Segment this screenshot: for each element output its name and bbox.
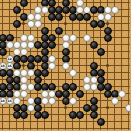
intersection-d11[interactable] xyxy=(20,55,27,62)
intersection-b9[interactable] xyxy=(6,69,13,76)
intersection-i4[interactable] xyxy=(55,104,62,111)
intersection-b18[interactable] xyxy=(6,6,13,13)
intersection-n5[interactable] xyxy=(90,97,97,104)
intersection-l18[interactable] xyxy=(76,6,83,13)
intersection-r10[interactable] xyxy=(118,62,125,69)
intersection-p3[interactable] xyxy=(104,111,111,118)
intersection-n18[interactable] xyxy=(90,6,97,13)
intersection-r7[interactable] xyxy=(118,83,125,90)
intersection-c7[interactable] xyxy=(13,83,20,90)
intersection-r12[interactable] xyxy=(118,48,125,55)
intersection-n9[interactable] xyxy=(90,69,97,76)
intersection-j19[interactable] xyxy=(62,0,69,6)
intersection-c6[interactable] xyxy=(13,90,20,97)
intersection-b13[interactable] xyxy=(6,41,13,48)
intersection-q9[interactable] xyxy=(111,69,118,76)
intersection-q5[interactable] xyxy=(111,97,118,104)
intersection-m11[interactable] xyxy=(83,55,90,62)
white-stone xyxy=(48,62,56,70)
intersection-n11[interactable] xyxy=(90,55,97,62)
black-stone xyxy=(83,13,91,21)
intersection-h6[interactable] xyxy=(48,90,55,97)
intersection-d1[interactable] xyxy=(20,125,27,131)
intersection-r1[interactable] xyxy=(118,125,125,131)
intersection-h2[interactable] xyxy=(48,118,55,125)
white-stone xyxy=(69,34,77,42)
intersection-e17[interactable] xyxy=(27,13,34,20)
white-stone xyxy=(20,90,28,98)
black-stone xyxy=(69,83,77,91)
intersection-q10[interactable] xyxy=(111,62,118,69)
intersection-g13[interactable] xyxy=(41,41,48,48)
intersection-o12[interactable] xyxy=(97,48,104,55)
intersection-e14[interactable] xyxy=(27,34,34,41)
intersection-k3[interactable] xyxy=(69,111,76,118)
intersection-b3[interactable] xyxy=(6,111,13,118)
white-stone xyxy=(48,97,56,105)
intersection-k14[interactable] xyxy=(69,34,76,41)
intersection-e9[interactable] xyxy=(27,69,34,76)
intersection-g14[interactable] xyxy=(41,34,48,41)
intersection-s10[interactable] xyxy=(125,62,131,69)
intersection-l11[interactable] xyxy=(76,55,83,62)
move-number-label: 12 xyxy=(8,57,12,60)
intersection-l6[interactable] xyxy=(76,90,83,97)
intersection-r14[interactable] xyxy=(118,34,125,41)
intersection-g15[interactable] xyxy=(41,27,48,34)
intersection-r2[interactable] xyxy=(118,118,125,125)
intersection-n3[interactable] xyxy=(90,111,97,118)
intersection-g5[interactable] xyxy=(41,97,48,104)
intersection-s16[interactable] xyxy=(125,20,131,27)
intersection-d15[interactable] xyxy=(20,27,27,34)
intersection-g12[interactable] xyxy=(41,48,48,55)
intersection-l19[interactable] xyxy=(76,0,83,6)
intersection-r3[interactable] xyxy=(118,111,125,118)
intersection-h13[interactable] xyxy=(48,41,55,48)
intersection-g19[interactable] xyxy=(41,0,48,6)
intersection-q3[interactable] xyxy=(111,111,118,118)
intersection-d19[interactable] xyxy=(20,0,27,6)
intersection-h14[interactable] xyxy=(48,34,55,41)
intersection-j18[interactable] xyxy=(62,6,69,13)
intersection-d17[interactable] xyxy=(20,13,27,20)
black-stone xyxy=(97,118,105,126)
intersection-g3[interactable] xyxy=(41,111,48,118)
intersection-e11[interactable] xyxy=(27,55,34,62)
intersection-j11[interactable] xyxy=(62,55,69,62)
intersection-j6[interactable] xyxy=(62,90,69,97)
intersection-a14[interactable] xyxy=(0,34,6,41)
intersection-n16[interactable] xyxy=(90,20,97,27)
intersection-i8[interactable] xyxy=(55,76,62,83)
intersection-o17[interactable] xyxy=(97,13,104,20)
intersection-b17[interactable] xyxy=(6,13,13,20)
intersection-q13[interactable] xyxy=(111,41,118,48)
intersection-h18[interactable] xyxy=(48,6,55,13)
intersection-g9[interactable] xyxy=(41,69,48,76)
intersection-g11[interactable] xyxy=(41,55,48,62)
intersection-c3[interactable] xyxy=(13,111,20,118)
intersection-j13[interactable] xyxy=(62,41,69,48)
intersection-f13[interactable] xyxy=(34,41,41,48)
intersection-i9[interactable] xyxy=(55,69,62,76)
intersection-h11[interactable] xyxy=(48,55,55,62)
intersection-r6[interactable] xyxy=(118,90,125,97)
black-stone xyxy=(97,20,105,28)
intersection-r9[interactable] xyxy=(118,69,125,76)
intersection-h19[interactable] xyxy=(48,0,55,6)
intersection-a5[interactable]: 10 xyxy=(0,97,6,104)
go-board-screenshot: 121816△1014 xyxy=(0,0,130,130)
intersection-r17[interactable] xyxy=(118,13,125,20)
intersection-i3[interactable] xyxy=(55,111,62,118)
intersection-e10[interactable] xyxy=(27,62,34,69)
black-stone xyxy=(48,41,56,49)
white-stone xyxy=(69,97,77,105)
intersection-c12[interactable] xyxy=(13,48,20,55)
intersection-j16[interactable] xyxy=(62,20,69,27)
intersection-n7[interactable] xyxy=(90,83,97,90)
intersection-s18[interactable] xyxy=(125,6,131,13)
intersection-r16[interactable] xyxy=(118,20,125,27)
intersection-p1[interactable] xyxy=(104,125,111,131)
black-stone xyxy=(97,48,105,56)
intersection-b14[interactable] xyxy=(6,34,13,41)
intersection-j7[interactable] xyxy=(62,83,69,90)
intersection-h17[interactable] xyxy=(48,13,55,20)
intersection-l10[interactable] xyxy=(76,62,83,69)
intersection-s11[interactable] xyxy=(125,55,131,62)
intersection-f11[interactable] xyxy=(34,55,41,62)
intersection-m5[interactable] xyxy=(83,97,90,104)
black-stone xyxy=(20,111,28,119)
intersection-e1[interactable] xyxy=(27,125,34,131)
black-stone xyxy=(13,6,21,14)
intersection-o16[interactable] xyxy=(97,20,104,27)
intersection-b10[interactable]: 16 xyxy=(6,62,13,69)
intersection-d12[interactable] xyxy=(20,48,27,55)
intersection-r13[interactable] xyxy=(118,41,125,48)
black-stone xyxy=(90,41,98,49)
intersection-m9[interactable] xyxy=(83,69,90,76)
intersection-n8[interactable] xyxy=(90,76,97,83)
intersection-b6[interactable] xyxy=(6,90,13,97)
intersection-d9[interactable] xyxy=(20,69,27,76)
intersection-i12[interactable] xyxy=(55,48,62,55)
intersection-b15[interactable] xyxy=(6,27,13,34)
intersection-m18[interactable] xyxy=(83,6,90,13)
move-number-label: 14 xyxy=(8,99,12,102)
intersection-i18[interactable] xyxy=(55,6,62,13)
black-stone xyxy=(13,20,21,28)
black-stone xyxy=(41,111,49,119)
intersection-m7[interactable] xyxy=(83,83,90,90)
intersection-o18[interactable] xyxy=(97,6,104,13)
intersection-r4[interactable] xyxy=(118,104,125,111)
intersection-j3[interactable] xyxy=(62,111,69,118)
intersection-d13[interactable] xyxy=(20,41,27,48)
intersection-a7[interactable] xyxy=(0,83,6,90)
intersection-c18[interactable] xyxy=(13,6,20,13)
intersection-e5[interactable] xyxy=(27,97,34,104)
intersection-g6[interactable] xyxy=(41,90,48,97)
intersection-l3[interactable] xyxy=(76,111,83,118)
intersection-j10[interactable] xyxy=(62,62,69,69)
intersection-m1[interactable] xyxy=(83,125,90,131)
intersection-s1[interactable] xyxy=(125,125,131,131)
intersection-c9[interactable] xyxy=(13,69,20,76)
intersection-i2[interactable] xyxy=(55,118,62,125)
black-stone xyxy=(55,27,63,35)
intersection-p7[interactable] xyxy=(104,83,111,90)
intersection-f8[interactable] xyxy=(34,76,41,83)
intersection-j14[interactable] xyxy=(62,34,69,41)
black-stone xyxy=(76,90,84,98)
intersection-h10[interactable] xyxy=(48,62,55,69)
intersection-g7[interactable] xyxy=(41,83,48,90)
intersection-b1[interactable] xyxy=(6,125,13,131)
intersection-s14[interactable] xyxy=(125,34,131,41)
intersection-r15[interactable] xyxy=(118,27,125,34)
intersection-c13[interactable] xyxy=(13,41,20,48)
intersection-k15[interactable] xyxy=(69,27,76,34)
white-stone xyxy=(83,34,91,42)
white-stone xyxy=(118,90,126,98)
intersection-c8[interactable] xyxy=(13,76,20,83)
intersection-o14[interactable] xyxy=(97,34,104,41)
intersection-s2[interactable] xyxy=(125,118,131,125)
intersection-k18[interactable] xyxy=(69,6,76,13)
intersection-d3[interactable] xyxy=(20,111,27,118)
intersection-a10[interactable]: 18 xyxy=(0,62,6,69)
black-stone xyxy=(41,69,49,77)
intersection-p15[interactable] xyxy=(104,27,111,34)
intersection-h1[interactable] xyxy=(48,125,55,131)
intersection-s5[interactable] xyxy=(125,97,131,104)
intersection-b7[interactable]: △ xyxy=(6,83,13,90)
intersection-d14[interactable] xyxy=(20,34,27,41)
intersection-p4[interactable] xyxy=(104,104,111,111)
intersection-p17[interactable] xyxy=(104,13,111,20)
intersection-g10[interactable] xyxy=(41,62,48,69)
intersection-l8[interactable] xyxy=(76,76,83,83)
intersection-l15[interactable] xyxy=(76,27,83,34)
intersection-f7[interactable] xyxy=(34,83,41,90)
intersection-s9[interactable] xyxy=(125,69,131,76)
move-number-label: 16 xyxy=(8,64,12,67)
intersection-c4[interactable] xyxy=(13,104,20,111)
black-stone xyxy=(104,34,112,42)
intersection-m15[interactable] xyxy=(83,27,90,34)
intersection-j12[interactable] xyxy=(62,48,69,55)
intersection-f3[interactable] xyxy=(34,111,41,118)
white-stone xyxy=(62,62,70,70)
intersection-f9[interactable] xyxy=(34,69,41,76)
intersection-o2[interactable] xyxy=(97,118,104,125)
intersection-m8[interactable] xyxy=(83,76,90,83)
black-stone xyxy=(55,13,63,21)
intersection-k5[interactable] xyxy=(69,97,76,104)
intersection-r8[interactable] xyxy=(118,76,125,83)
go-board[interactable]: 121816△1014 xyxy=(0,0,130,130)
intersection-f18[interactable] xyxy=(34,6,41,13)
intersection-c5[interactable] xyxy=(13,97,20,104)
black-stone xyxy=(76,111,84,119)
intersection-e13[interactable] xyxy=(27,41,34,48)
intersection-q1[interactable] xyxy=(111,125,118,131)
intersection-o8[interactable] xyxy=(97,76,104,83)
intersection-e18[interactable] xyxy=(27,6,34,13)
intersection-g18[interactable] xyxy=(41,6,48,13)
intersection-r11[interactable] xyxy=(118,55,125,62)
intersection-e16[interactable] xyxy=(27,20,34,27)
intersection-i6[interactable] xyxy=(55,90,62,97)
intersection-s7[interactable] xyxy=(125,83,131,90)
white-stone xyxy=(111,6,119,14)
intersection-p18[interactable] xyxy=(104,6,111,13)
intersection-f1[interactable] xyxy=(34,125,41,131)
intersection-l17[interactable] xyxy=(76,13,83,20)
intersection-d7[interactable] xyxy=(20,83,27,90)
intersection-p11[interactable] xyxy=(104,55,111,62)
black-stone xyxy=(90,111,98,119)
intersection-c10[interactable] xyxy=(13,62,20,69)
intersection-a9[interactable] xyxy=(0,69,6,76)
white-stone xyxy=(125,104,130,112)
intersection-q6[interactable] xyxy=(111,90,118,97)
intersection-b2[interactable] xyxy=(6,118,13,125)
intersection-i17[interactable] xyxy=(55,13,62,20)
white-stone xyxy=(34,20,42,28)
intersection-l4[interactable] xyxy=(76,104,83,111)
intersection-s8[interactable] xyxy=(125,76,131,83)
intersection-a6[interactable] xyxy=(0,90,6,97)
intersection-c1[interactable] xyxy=(13,125,20,131)
intersection-s13[interactable] xyxy=(125,41,131,48)
intersection-b5[interactable]: 14 xyxy=(6,97,13,104)
intersection-h5[interactable] xyxy=(48,97,55,104)
intersection-q18[interactable] xyxy=(111,6,118,13)
intersection-m10[interactable] xyxy=(83,62,90,69)
intersection-i1[interactable] xyxy=(55,125,62,131)
intersection-d6[interactable] xyxy=(20,90,27,97)
white-stone xyxy=(104,13,112,21)
intersection-s4[interactable] xyxy=(125,104,131,111)
intersection-f16[interactable] xyxy=(34,20,41,27)
intersection-m17[interactable] xyxy=(83,13,90,20)
intersection-b8[interactable] xyxy=(6,76,13,83)
intersection-m14[interactable] xyxy=(83,34,90,41)
intersection-o7[interactable] xyxy=(97,83,104,90)
intersection-a13[interactable] xyxy=(0,41,6,48)
intersection-l1[interactable] xyxy=(76,125,83,131)
intersection-e7[interactable] xyxy=(27,83,34,90)
intersection-n1[interactable] xyxy=(90,125,97,131)
white-stone xyxy=(69,69,77,77)
intersection-n10[interactable] xyxy=(90,62,97,69)
intersection-n4[interactable] xyxy=(90,104,97,111)
intersection-c16[interactable] xyxy=(13,20,20,27)
intersection-e4[interactable] xyxy=(27,104,34,111)
intersection-b16[interactable] xyxy=(6,20,13,27)
intersection-m12[interactable] xyxy=(83,48,90,55)
intersection-p6[interactable] xyxy=(104,90,111,97)
intersection-e2[interactable] xyxy=(27,118,34,125)
intersection-k1[interactable] xyxy=(69,125,76,131)
intersection-d4[interactable] xyxy=(20,104,27,111)
intersection-n13[interactable] xyxy=(90,41,97,48)
intersection-l12[interactable] xyxy=(76,48,83,55)
intersection-i15[interactable] xyxy=(55,27,62,34)
intersection-f4[interactable] xyxy=(34,104,41,111)
intersection-s12[interactable] xyxy=(125,48,131,55)
move-number-label: 10 xyxy=(1,99,5,102)
intersection-f5[interactable] xyxy=(34,97,41,104)
white-stone xyxy=(111,97,119,105)
intersection-b11[interactable]: 12 xyxy=(6,55,13,62)
intersection-k17[interactable] xyxy=(69,13,76,20)
intersection-h8[interactable] xyxy=(48,76,55,83)
intersection-j1[interactable] xyxy=(62,125,69,131)
intersection-p14[interactable] xyxy=(104,34,111,41)
intersection-k7[interactable] xyxy=(69,83,76,90)
intersection-m4[interactable] xyxy=(83,104,90,111)
intersection-a12[interactable] xyxy=(0,48,6,55)
intersection-f17[interactable] xyxy=(34,13,41,20)
intersection-j8[interactable] xyxy=(62,76,69,83)
intersection-s17[interactable] xyxy=(125,13,131,20)
intersection-k9[interactable] xyxy=(69,69,76,76)
intersection-p10[interactable] xyxy=(104,62,111,69)
intersection-h7[interactable] xyxy=(48,83,55,90)
intersection-c11[interactable] xyxy=(13,55,20,62)
triangle-mark: △ xyxy=(9,85,11,88)
intersection-j5[interactable] xyxy=(62,97,69,104)
intersection-q11[interactable] xyxy=(111,55,118,62)
intersection-m2[interactable] xyxy=(83,118,90,125)
move-number-label: 18 xyxy=(1,64,5,67)
intersection-g1[interactable] xyxy=(41,125,48,131)
intersection-o9[interactable] xyxy=(97,69,104,76)
intersection-q16[interactable] xyxy=(111,20,118,27)
intersection-q2[interactable] xyxy=(111,118,118,125)
intersection-s15[interactable] xyxy=(125,27,131,34)
intersection-q12[interactable] xyxy=(111,48,118,55)
intersection-d8[interactable] xyxy=(20,76,27,83)
intersection-l13[interactable] xyxy=(76,41,83,48)
intersection-q8[interactable] xyxy=(111,76,118,83)
intersection-j2[interactable] xyxy=(62,118,69,125)
